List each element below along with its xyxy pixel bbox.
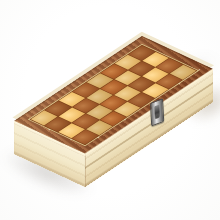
frame-pin bbox=[124, 119, 126, 120]
frame-pin bbox=[97, 137, 99, 138]
frame-pin bbox=[198, 69, 200, 70]
clasp-pin bbox=[156, 115, 159, 119]
product-photo-chess-box bbox=[0, 0, 220, 220]
clasp-latch-icon bbox=[150, 98, 164, 126]
frame-pin bbox=[178, 83, 180, 84]
